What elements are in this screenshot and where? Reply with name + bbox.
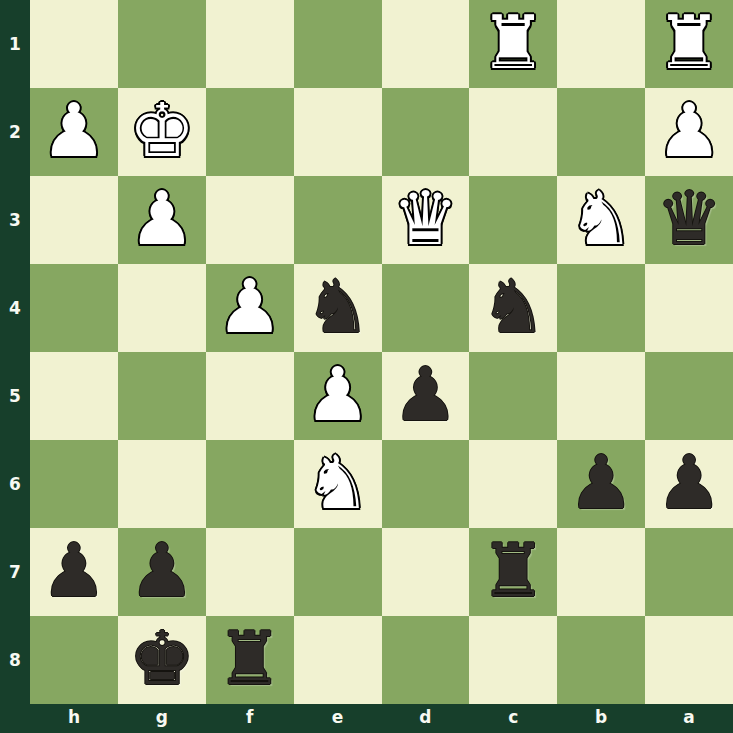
square-a1[interactable]: ♜ [645,0,733,88]
file-label-b: b [557,704,645,733]
square-e8[interactable] [294,616,382,704]
square-f2[interactable] [206,88,294,176]
black-pawn[interactable]: ♟ [129,533,195,607]
square-g5[interactable] [118,352,206,440]
square-e4[interactable]: ♞ [294,264,382,352]
file-label-e: e [294,704,382,733]
square-e6[interactable]: ♞ [294,440,382,528]
rank-label-1: 1 [0,0,30,88]
square-d3[interactable]: ♛ [382,176,470,264]
square-h8[interactable] [30,616,118,704]
white-pawn[interactable]: ♟ [217,269,283,343]
black-king[interactable]: ♚ [129,621,195,695]
square-e5[interactable]: ♟ [294,352,382,440]
file-label-g: g [118,704,206,733]
white-king[interactable]: ♚ [129,93,195,167]
square-h1[interactable] [30,0,118,88]
square-h7[interactable]: ♟ [30,528,118,616]
rank-label-4: 4 [0,264,30,352]
square-f6[interactable] [206,440,294,528]
square-a6[interactable]: ♟ [645,440,733,528]
square-b1[interactable] [557,0,645,88]
rank-labels-column: 12345678 [0,0,30,704]
black-rook[interactable]: ♜ [480,533,546,607]
rank-label-7: 7 [0,528,30,616]
square-b2[interactable] [557,88,645,176]
square-g6[interactable] [118,440,206,528]
square-h3[interactable] [30,176,118,264]
square-c3[interactable] [469,176,557,264]
square-b3[interactable]: ♞ [557,176,645,264]
square-d5[interactable]: ♟ [382,352,470,440]
chess-board-frame: 12345678 ♜♜♟♚♟♟♛♞♛♟♞♞♟♟♞♟♟♟♟♜♚♜ hgfedcba [0,0,733,733]
square-f4[interactable]: ♟ [206,264,294,352]
square-g3[interactable]: ♟ [118,176,206,264]
square-b8[interactable] [557,616,645,704]
rank-label-3: 3 [0,176,30,264]
white-queen[interactable]: ♛ [392,181,458,255]
rank-label-8: 8 [0,616,30,704]
square-c4[interactable]: ♞ [469,264,557,352]
square-f8[interactable]: ♜ [206,616,294,704]
square-g2[interactable]: ♚ [118,88,206,176]
square-d8[interactable] [382,616,470,704]
file-label-c: c [469,704,557,733]
square-c8[interactable] [469,616,557,704]
square-d2[interactable] [382,88,470,176]
square-h5[interactable] [30,352,118,440]
white-knight[interactable]: ♞ [304,445,370,519]
square-f1[interactable] [206,0,294,88]
rank-label-2: 2 [0,88,30,176]
square-d7[interactable] [382,528,470,616]
square-g4[interactable] [118,264,206,352]
square-g1[interactable] [118,0,206,88]
black-pawn[interactable]: ♟ [656,445,722,519]
file-label-f: f [206,704,294,733]
white-pawn[interactable]: ♟ [304,357,370,431]
file-label-a: a [645,704,733,733]
white-pawn[interactable]: ♟ [656,93,722,167]
file-label-h: h [30,704,118,733]
square-f7[interactable] [206,528,294,616]
square-b4[interactable] [557,264,645,352]
square-a4[interactable] [645,264,733,352]
black-queen[interactable]: ♛ [656,181,722,255]
white-knight[interactable]: ♞ [568,181,634,255]
square-f3[interactable] [206,176,294,264]
square-e7[interactable] [294,528,382,616]
square-c7[interactable]: ♜ [469,528,557,616]
square-a8[interactable] [645,616,733,704]
square-h4[interactable] [30,264,118,352]
square-a3[interactable]: ♛ [645,176,733,264]
square-b6[interactable]: ♟ [557,440,645,528]
black-pawn[interactable]: ♟ [41,533,107,607]
black-rook[interactable]: ♜ [217,621,283,695]
square-e1[interactable] [294,0,382,88]
file-labels-row: hgfedcba [30,704,733,733]
square-e2[interactable] [294,88,382,176]
white-pawn[interactable]: ♟ [41,93,107,167]
black-pawn[interactable]: ♟ [392,357,458,431]
square-g8[interactable]: ♚ [118,616,206,704]
square-a7[interactable] [645,528,733,616]
square-e3[interactable] [294,176,382,264]
white-pawn[interactable]: ♟ [129,181,195,255]
square-h6[interactable] [30,440,118,528]
square-f5[interactable] [206,352,294,440]
square-b7[interactable] [557,528,645,616]
square-b5[interactable] [557,352,645,440]
square-a5[interactable] [645,352,733,440]
square-g7[interactable]: ♟ [118,528,206,616]
square-h2[interactable]: ♟ [30,88,118,176]
rank-label-6: 6 [0,440,30,528]
square-d1[interactable] [382,0,470,88]
chess-board: ♜♜♟♚♟♟♛♞♛♟♞♞♟♟♞♟♟♟♟♜♚♜ [30,0,733,704]
square-a2[interactable]: ♟ [645,88,733,176]
square-c2[interactable] [469,88,557,176]
rank-label-5: 5 [0,352,30,440]
white-rook[interactable]: ♜ [480,5,546,79]
square-c6[interactable] [469,440,557,528]
black-pawn[interactable]: ♟ [568,445,634,519]
square-d4[interactable] [382,264,470,352]
black-knight[interactable]: ♞ [480,269,546,343]
black-knight[interactable]: ♞ [304,269,370,343]
file-label-d: d [382,704,470,733]
square-c5[interactable] [469,352,557,440]
square-d6[interactable] [382,440,470,528]
square-c1[interactable]: ♜ [469,0,557,88]
white-rook[interactable]: ♜ [656,5,722,79]
